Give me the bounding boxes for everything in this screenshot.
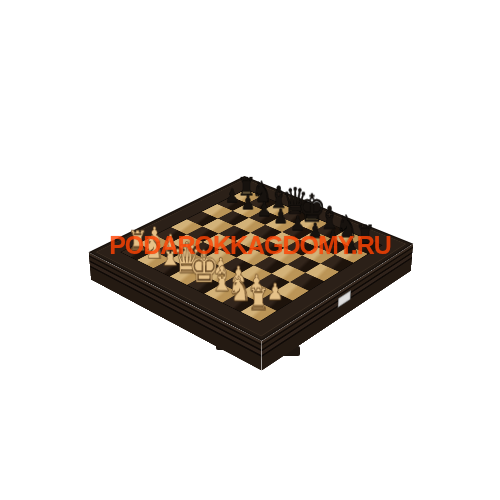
- product-photo: ♜♞♝♛♚♝♞♜♟♟♟♟♟♟♟♟♜♞♝♛♚♝♞♜♟♟♟♟♟♟♟♟ PODAROK…: [0, 0, 500, 500]
- brand-plaque: [338, 290, 351, 308]
- watermark-text: PODAROKKAGDOMY.RU: [0, 231, 500, 260]
